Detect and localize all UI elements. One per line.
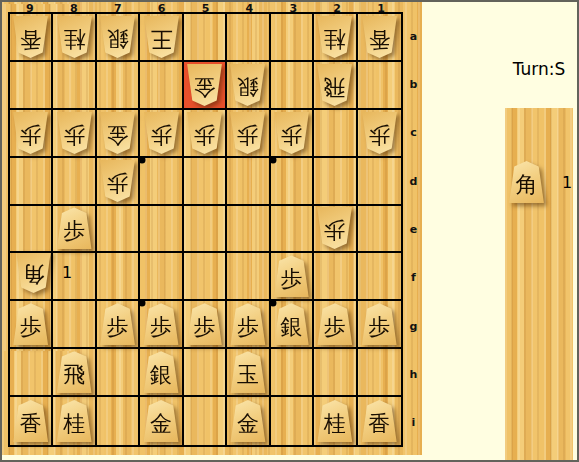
piece-4h-sente[interactable]: 玉 — [229, 351, 266, 393]
piece-kanji: 歩 — [229, 303, 266, 345]
board-square-3c[interactable]: 歩 — [271, 110, 314, 158]
piece-kanji: 歩 — [56, 112, 93, 154]
piece-8c-gote[interactable]: 歩 — [56, 112, 93, 154]
board-square-8h[interactable]: 飛 — [53, 349, 96, 397]
piece-5g-sente[interactable]: 歩 — [186, 303, 223, 345]
piece-6h-sente[interactable]: 銀 — [143, 351, 180, 393]
row-label-h: h — [406, 350, 421, 398]
board-square-9a[interactable]: 香 — [10, 14, 53, 62]
board-square-3b[interactable] — [271, 62, 314, 110]
board-square-5e[interactable] — [184, 206, 227, 254]
board-square-7h[interactable] — [97, 349, 140, 397]
board-square-8e[interactable]: 歩 — [53, 206, 96, 254]
board-square-6e[interactable] — [140, 206, 183, 254]
board-square-6d[interactable] — [140, 158, 183, 206]
board-square-9d[interactable] — [10, 158, 53, 206]
sente-hand-piece-bishop[interactable]: 角 — [508, 161, 545, 203]
piece-kanji: 歩 — [361, 303, 398, 345]
board-square-5i[interactable] — [184, 397, 227, 445]
board-square-4c[interactable]: 歩 — [227, 110, 270, 158]
row-label-b: b — [406, 60, 421, 108]
board-square-4d[interactable] — [227, 158, 270, 206]
piece-3g-sente[interactable]: 銀 — [273, 303, 310, 345]
piece-kanji: 銀 — [229, 64, 266, 106]
board-square-4a[interactable] — [227, 14, 270, 62]
board-square-7g[interactable]: 歩 — [97, 301, 140, 349]
piece-kanji: 歩 — [12, 112, 49, 154]
row-label-g: g — [406, 302, 421, 350]
board-square-1g[interactable]: 歩 — [358, 301, 401, 349]
board-square-5h[interactable] — [184, 349, 227, 397]
bishop-kanji: 角 — [508, 161, 545, 203]
board-square-5f[interactable] — [184, 253, 227, 301]
piece-2g-sente[interactable]: 歩 — [316, 303, 353, 345]
piece-1i-sente[interactable]: 香 — [361, 400, 398, 442]
piece-6c-gote[interactable]: 歩 — [143, 112, 180, 154]
piece-4g-sente[interactable]: 歩 — [229, 303, 266, 345]
piece-kanji: 桂 — [56, 16, 93, 58]
board-square-9f[interactable] — [10, 253, 53, 301]
piece-2e-gote[interactable]: 歩 — [316, 207, 353, 249]
board-square-2a[interactable]: 桂 — [314, 14, 357, 62]
board-square-9h[interactable] — [10, 349, 53, 397]
sente-hand-count: 1 — [562, 173, 572, 192]
board-square-4e[interactable] — [227, 206, 270, 254]
piece-8h-sente[interactable]: 飛 — [56, 351, 93, 393]
board-square-4f[interactable] — [227, 253, 270, 301]
piece-kanji: 王 — [143, 16, 180, 58]
shogi-app: 角 1 987654321 abcdefghi 香桂銀王桂香金銀飛歩歩金歩歩歩歩… — [0, 0, 579, 462]
board-square-3e[interactable] — [271, 206, 314, 254]
board-square-3i[interactable] — [271, 397, 314, 445]
piece-4b-gote[interactable]: 銀 — [229, 64, 266, 106]
piece-kanji: 歩 — [273, 255, 310, 297]
board-square-6f[interactable] — [140, 253, 183, 301]
hoshi-dot — [269, 300, 276, 307]
piece-kanji: 歩 — [361, 112, 398, 154]
piece-7a-gote[interactable]: 銀 — [99, 16, 136, 58]
piece-2a-gote[interactable]: 桂 — [316, 16, 353, 58]
piece-kanji: 歩 — [273, 112, 310, 154]
piece-4i-sente[interactable]: 金 — [229, 400, 266, 442]
piece-1g-sente[interactable]: 歩 — [361, 303, 398, 345]
piece-2b-gote[interactable]: 飛 — [316, 64, 353, 106]
piece-kanji: 香 — [361, 16, 398, 58]
board-square-6i[interactable]: 金 — [140, 397, 183, 445]
board-square-9b[interactable] — [10, 62, 53, 110]
board-square-6a[interactable]: 王 — [140, 14, 183, 62]
piece-7c-gote[interactable]: 金 — [99, 112, 136, 154]
piece-2i-sente[interactable]: 桂 — [316, 400, 353, 442]
piece-kanji: 歩 — [56, 207, 93, 249]
piece-kanji: 銀 — [143, 351, 180, 393]
turn-indicator: Turn:S — [505, 59, 573, 79]
board-square-8g[interactable] — [53, 301, 96, 349]
piece-kanji: 歩 — [316, 207, 353, 249]
board-square-1a[interactable]: 香 — [358, 14, 401, 62]
board-square-3d[interactable] — [271, 158, 314, 206]
row-label-f: f — [406, 254, 421, 302]
board-square-1e[interactable] — [358, 206, 401, 254]
piece-6g-sente[interactable]: 歩 — [143, 303, 180, 345]
board-square-1h[interactable] — [358, 349, 401, 397]
board-square-1c[interactable]: 歩 — [358, 110, 401, 158]
piece-kanji: 飛 — [56, 351, 93, 393]
piece-kanji: 歩 — [186, 303, 223, 345]
piece-kanji: 桂 — [316, 16, 353, 58]
piece-kanji: 歩 — [143, 112, 180, 154]
piece-kanji: 桂 — [56, 400, 93, 442]
piece-1a-gote[interactable]: 香 — [361, 16, 398, 58]
board-square-1i[interactable]: 香 — [358, 397, 401, 445]
board-square-4h[interactable]: 玉 — [227, 349, 270, 397]
piece-5c-gote[interactable]: 歩 — [186, 112, 223, 154]
piece-kanji: 香 — [12, 16, 49, 58]
board-grid: 香桂銀王桂香金銀飛歩歩金歩歩歩歩歩歩歩歩歩歩歩歩歩歩銀歩歩飛銀玉香桂金金桂香 — [8, 12, 403, 447]
board-square-3h[interactable] — [271, 349, 314, 397]
piece-4c-gote[interactable]: 歩 — [229, 112, 266, 154]
piece-kanji: 歩 — [99, 303, 136, 345]
board-square-3a[interactable] — [271, 14, 314, 62]
board-square-7f[interactable] — [97, 253, 140, 301]
shogi-board: 987654321 abcdefghi 香桂銀王桂香金銀飛歩歩金歩歩歩歩歩歩歩歩… — [2, 2, 422, 455]
board-square-8f[interactable] — [53, 253, 96, 301]
board-square-8d[interactable] — [53, 158, 96, 206]
piece-kanji: 歩 — [143, 303, 180, 345]
piece-kanji: 香 — [12, 400, 49, 442]
piece-8a-gote[interactable]: 桂 — [56, 16, 93, 58]
piece-1c-gote[interactable]: 歩 — [361, 112, 398, 154]
board-square-2h[interactable] — [314, 349, 357, 397]
piece-9c-gote[interactable]: 歩 — [12, 112, 49, 154]
board-square-1b[interactable] — [358, 62, 401, 110]
piece-9a-gote[interactable]: 香 — [12, 16, 49, 58]
row-label-a: a — [406, 12, 421, 60]
piece-kanji: 歩 — [229, 112, 266, 154]
piece-6a-gote[interactable]: 王 — [143, 16, 180, 58]
piece-7d-gote[interactable]: 歩 — [99, 160, 136, 202]
board-square-7a[interactable]: 銀 — [97, 14, 140, 62]
board-square-4b[interactable]: 銀 — [227, 62, 270, 110]
board-square-5b[interactable]: 金 — [184, 62, 227, 110]
board-square-4i[interactable]: 金 — [227, 397, 270, 445]
board-square-5c[interactable]: 歩 — [184, 110, 227, 158]
piece-5b-gote[interactable]: 金 — [186, 64, 223, 106]
board-square-2f[interactable] — [314, 253, 357, 301]
sente-piece-stand: 角 1 — [505, 108, 573, 460]
board-square-3g[interactable]: 銀 — [271, 301, 314, 349]
piece-8e-sente[interactable]: 歩 — [56, 207, 93, 249]
board-square-2e[interactable]: 歩 — [314, 206, 357, 254]
piece-kanji: 玉 — [229, 351, 266, 393]
board-square-6b[interactable] — [140, 62, 183, 110]
piece-3c-gote[interactable]: 歩 — [273, 112, 310, 154]
piece-kanji: 飛 — [316, 64, 353, 106]
hoshi-dot — [269, 156, 276, 163]
board-square-8a[interactable]: 桂 — [53, 14, 96, 62]
board-square-6c[interactable]: 歩 — [140, 110, 183, 158]
board-square-2b[interactable]: 飛 — [314, 62, 357, 110]
board-square-2g[interactable]: 歩 — [314, 301, 357, 349]
row-labels: abcdefghi — [406, 12, 421, 447]
row-label-d: d — [406, 157, 421, 205]
board-square-3f[interactable]: 歩 — [271, 253, 314, 301]
piece-kanji: 銀 — [99, 16, 136, 58]
piece-8i-sente[interactable]: 桂 — [56, 400, 93, 442]
row-label-c: c — [406, 109, 421, 157]
piece-kanji: 桂 — [316, 400, 353, 442]
piece-7g-sente[interactable]: 歩 — [99, 303, 136, 345]
board-square-2i[interactable]: 桂 — [314, 397, 357, 445]
board-square-9e[interactable] — [10, 206, 53, 254]
board-square-4g[interactable]: 歩 — [227, 301, 270, 349]
piece-kanji: 歩 — [12, 303, 49, 345]
hoshi-dot — [139, 156, 146, 163]
board-square-2c[interactable] — [314, 110, 357, 158]
piece-kanji: 歩 — [99, 160, 136, 202]
board-square-6g[interactable]: 歩 — [140, 301, 183, 349]
board-square-7d[interactable]: 歩 — [97, 158, 140, 206]
board-square-7i[interactable] — [97, 397, 140, 445]
piece-kanji: 銀 — [273, 303, 310, 345]
board-square-5a[interactable] — [184, 14, 227, 62]
piece-kanji: 金 — [229, 400, 266, 442]
hoshi-dot — [139, 300, 146, 307]
board-square-5g[interactable]: 歩 — [184, 301, 227, 349]
board-square-7b[interactable] — [97, 62, 140, 110]
piece-kanji: 金 — [99, 112, 136, 154]
board-square-9c[interactable]: 歩 — [10, 110, 53, 158]
board-square-5d[interactable] — [184, 158, 227, 206]
piece-kanji: 金 — [186, 64, 223, 106]
board-square-9g[interactable]: 歩 — [10, 301, 53, 349]
piece-kanji: 歩 — [186, 112, 223, 154]
piece-3f-sente[interactable]: 歩 — [273, 255, 310, 297]
board-square-8b[interactable] — [53, 62, 96, 110]
board-square-1d[interactable] — [358, 158, 401, 206]
board-square-2d[interactable] — [314, 158, 357, 206]
board-square-7e[interactable] — [97, 206, 140, 254]
board-square-8c[interactable]: 歩 — [53, 110, 96, 158]
board-square-7c[interactable]: 金 — [97, 110, 140, 158]
row-label-i: i — [406, 399, 421, 447]
board-square-8i[interactable]: 桂 — [53, 397, 96, 445]
piece-6i-sente[interactable]: 金 — [143, 400, 180, 442]
piece-kanji: 歩 — [316, 303, 353, 345]
board-square-6h[interactable]: 銀 — [140, 349, 183, 397]
sente-hand-entry: 角 1 — [508, 161, 572, 203]
board-square-1f[interactable] — [358, 253, 401, 301]
row-label-e: e — [406, 205, 421, 253]
piece-9g-sente[interactable]: 歩 — [12, 303, 49, 345]
piece-9i-sente[interactable]: 香 — [12, 400, 49, 442]
piece-kanji: 金 — [143, 400, 180, 442]
piece-kanji: 香 — [361, 400, 398, 442]
board-square-9i[interactable]: 香 — [10, 397, 53, 445]
